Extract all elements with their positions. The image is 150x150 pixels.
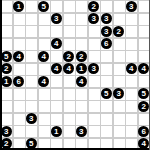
island-r7c8[interactable]: 5 xyxy=(101,88,112,99)
island-r5c10[interactable]: 4 xyxy=(126,63,137,74)
island-r5c5[interactable]: 4 xyxy=(63,63,74,74)
board-bottom-border xyxy=(0,148,150,150)
island-r4c0[interactable]: 5 xyxy=(1,51,12,62)
island-r6c0[interactable]: 1 xyxy=(1,76,12,87)
board-right-border xyxy=(149,0,150,150)
island-r3c4[interactable]: 4 xyxy=(51,38,62,49)
island-r7c11[interactable]: 5 xyxy=(138,88,149,99)
island-r9c2[interactable]: 3 xyxy=(26,113,37,124)
island-r1c7[interactable]: 3 xyxy=(88,13,99,24)
island-r0c3[interactable]: 5 xyxy=(38,1,49,12)
island-r10c0[interactable]: 3 xyxy=(1,126,12,137)
island-r10c4[interactable]: 1 xyxy=(51,126,62,137)
island-r5c0[interactable]: 2 xyxy=(1,63,12,74)
island-r0c10[interactable]: 3 xyxy=(126,1,137,12)
island-r6c3[interactable]: 4 xyxy=(38,76,49,87)
island-r5c7[interactable]: 3 xyxy=(88,63,99,74)
island-r4c5[interactable]: 2 xyxy=(63,51,74,62)
island-r3c8[interactable]: 6 xyxy=(101,38,112,49)
island-r6c1[interactable]: 6 xyxy=(13,76,24,87)
island-r2c8[interactable]: 3 xyxy=(101,26,112,37)
island-r4c6[interactable]: 2 xyxy=(76,51,87,62)
puzzle-board[interactable]: 152333332465442224413441644535233136254 xyxy=(0,0,150,150)
island-r1c4[interactable]: 3 xyxy=(51,13,62,24)
island-r0c1[interactable]: 1 xyxy=(13,1,24,12)
island-r5c11[interactable]: 4 xyxy=(138,63,149,74)
island-r2c9[interactable]: 2 xyxy=(113,26,124,37)
island-r6c6[interactable]: 4 xyxy=(76,76,87,87)
island-r11c0[interactable]: 2 xyxy=(1,138,12,149)
island-r4c3[interactable]: 4 xyxy=(38,51,49,62)
island-r10c11[interactable]: 6 xyxy=(138,126,149,137)
island-r8c11[interactable]: 2 xyxy=(138,101,149,112)
board-top-border xyxy=(0,0,150,1)
island-r11c2[interactable]: 5 xyxy=(26,138,37,149)
island-r7c9[interactable]: 3 xyxy=(113,88,124,99)
island-r10c6[interactable]: 3 xyxy=(76,126,87,137)
island-r5c4[interactable]: 4 xyxy=(51,63,62,74)
island-r5c6[interactable]: 1 xyxy=(76,63,87,74)
island-r0c7[interactable]: 2 xyxy=(88,1,99,12)
island-r1c8[interactable]: 3 xyxy=(101,13,112,24)
island-r4c1[interactable]: 4 xyxy=(13,51,24,62)
